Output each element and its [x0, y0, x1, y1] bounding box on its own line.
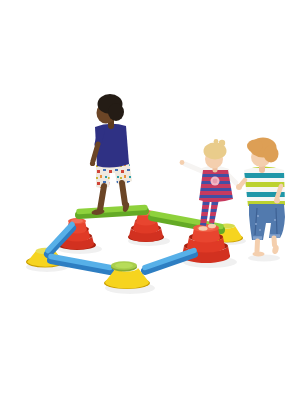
balance-course-scene — [0, 0, 306, 397]
cat-patch-inner — [213, 179, 218, 184]
beam-green-top — [79, 208, 145, 216]
hair-back — [108, 103, 124, 121]
hair-topknot — [219, 140, 225, 146]
disc-highlight — [115, 263, 133, 269]
hair-back — [264, 146, 279, 163]
jeans-wash-mark — [255, 223, 257, 225]
back-leg — [122, 183, 125, 204]
jeans-wash-mark — [259, 229, 261, 231]
foot-right — [208, 224, 216, 228]
foot-left — [199, 226, 208, 230]
hair-wisp — [214, 139, 219, 144]
foot-front — [253, 251, 265, 256]
front-leg — [100, 186, 104, 210]
hand — [90, 161, 95, 166]
hair-fringe — [247, 140, 263, 153]
shin-front — [257, 241, 258, 251]
jeans-wash-mark — [274, 219, 276, 221]
held-hands — [236, 184, 242, 190]
product-photo — [0, 0, 306, 397]
hand-left — [180, 160, 185, 165]
fist-right — [274, 198, 280, 204]
pinafore-dress — [199, 170, 233, 202]
shadow — [248, 255, 280, 262]
shin-back — [274, 238, 275, 245]
jeans-wash-mark — [257, 215, 259, 217]
